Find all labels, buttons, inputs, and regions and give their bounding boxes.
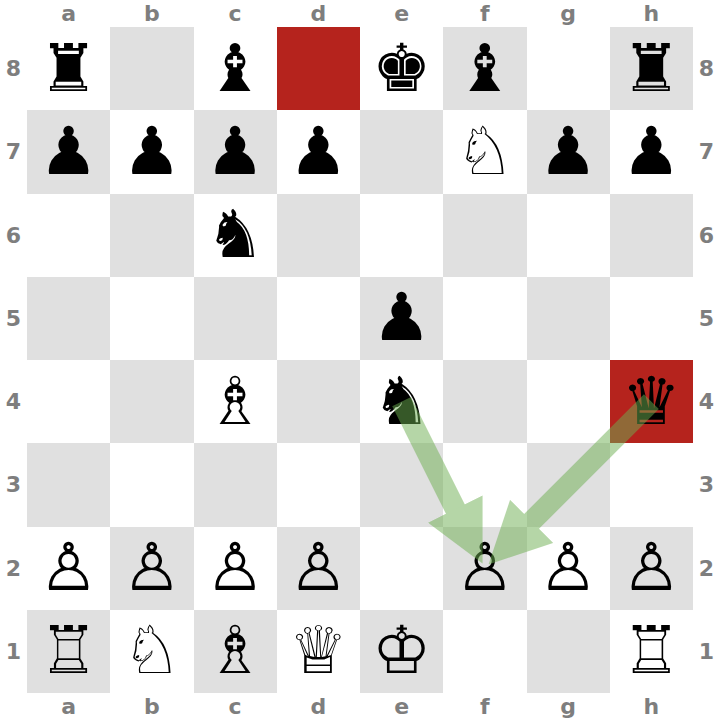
piece-black-king[interactable]: ♚ (372, 36, 431, 102)
square-f3[interactable] (443, 443, 526, 526)
piece-black-rook[interactable]: ♜ (622, 36, 681, 102)
square-b6[interactable] (110, 194, 193, 277)
piece-white-knight[interactable]: ♘ (455, 119, 514, 185)
rank-label-8-right: 8 (693, 27, 720, 110)
piece-black-rook[interactable]: ♜ (39, 36, 98, 102)
piece-white-rook[interactable]: ♖ (39, 618, 98, 684)
square-d2[interactable]: ♙ (277, 527, 360, 610)
square-h3[interactable] (610, 443, 693, 526)
square-g4[interactable] (527, 360, 610, 443)
square-g6[interactable] (527, 194, 610, 277)
square-f6[interactable] (443, 194, 526, 277)
file-label-f-bottom: f (443, 693, 526, 720)
rank-label-2-left: 2 (0, 527, 27, 610)
square-e7[interactable] (360, 110, 443, 193)
file-label-b-top: b (110, 0, 193, 27)
square-f8[interactable]: ♝ (443, 27, 526, 110)
rank-label-3-right: 3 (693, 443, 720, 526)
piece-black-pawn[interactable]: ♟ (39, 119, 98, 185)
square-a4[interactable] (27, 360, 110, 443)
file-label-a-bottom: a (27, 693, 110, 720)
file-label-d-top: d (277, 0, 360, 27)
square-d1[interactable]: ♕ (277, 610, 360, 693)
piece-black-queen[interactable]: ♛ (622, 369, 681, 435)
piece-black-pawn[interactable]: ♟ (539, 119, 598, 185)
square-e8[interactable]: ♚ (360, 27, 443, 110)
piece-white-pawn[interactable]: ♙ (622, 535, 681, 601)
piece-black-bishop[interactable]: ♝ (455, 36, 514, 102)
square-c6[interactable]: ♞ (194, 194, 277, 277)
rank-label-5-right: 5 (693, 277, 720, 360)
square-h1[interactable]: ♖ (610, 610, 693, 693)
piece-white-bishop[interactable]: ♗ (206, 369, 265, 435)
piece-white-pawn[interactable]: ♙ (122, 535, 181, 601)
square-d5[interactable] (277, 277, 360, 360)
square-b2[interactable]: ♙ (110, 527, 193, 610)
rank-label-3-left: 3 (0, 443, 27, 526)
square-h7[interactable]: ♟ (610, 110, 693, 193)
square-e6[interactable] (360, 194, 443, 277)
square-c1[interactable]: ♗ (194, 610, 277, 693)
square-h2[interactable]: ♙ (610, 527, 693, 610)
square-c4[interactable]: ♗ (194, 360, 277, 443)
square-d7[interactable]: ♟ (277, 110, 360, 193)
square-a1[interactable]: ♖ (27, 610, 110, 693)
square-c8[interactable]: ♝ (194, 27, 277, 110)
square-b5[interactable] (110, 277, 193, 360)
square-e1[interactable]: ♔ (360, 610, 443, 693)
piece-white-pawn[interactable]: ♙ (39, 535, 98, 601)
piece-white-bishop[interactable]: ♗ (206, 618, 265, 684)
piece-black-bishop[interactable]: ♝ (206, 36, 265, 102)
file-label-c-bottom: c (194, 693, 277, 720)
square-f4[interactable] (443, 360, 526, 443)
piece-black-knight[interactable]: ♞ (206, 202, 265, 268)
piece-black-pawn[interactable]: ♟ (206, 119, 265, 185)
chess-board: ♜♝♚♝♜♟♟♟♟♘♟♟♞♟♗♞♛♙♙♙♙♙♙♙♖♘♗♕♔♖ (27, 27, 693, 693)
rank-label-7-right: 7 (693, 110, 720, 193)
square-c2[interactable]: ♙ (194, 527, 277, 610)
file-label-e-bottom: e (360, 693, 443, 720)
file-label-h-bottom: h (610, 693, 693, 720)
square-f5[interactable] (443, 277, 526, 360)
square-e3[interactable] (360, 443, 443, 526)
piece-white-pawn[interactable]: ♙ (455, 535, 514, 601)
square-f2[interactable]: ♙ (443, 527, 526, 610)
piece-black-pawn[interactable]: ♟ (622, 119, 681, 185)
square-b8[interactable] (110, 27, 193, 110)
rank-label-4-left: 4 (0, 360, 27, 443)
square-g5[interactable] (527, 277, 610, 360)
square-g3[interactable] (527, 443, 610, 526)
rank-label-4-right: 4 (693, 360, 720, 443)
square-e5[interactable]: ♟ (360, 277, 443, 360)
piece-black-pawn[interactable]: ♟ (289, 119, 348, 185)
square-a6[interactable] (27, 194, 110, 277)
square-d8[interactable] (277, 27, 360, 110)
square-e2[interactable] (360, 527, 443, 610)
square-h5[interactable] (610, 277, 693, 360)
rank-label-6-right: 6 (693, 194, 720, 277)
file-label-c-top: c (194, 0, 277, 27)
piece-white-pawn[interactable]: ♙ (206, 535, 265, 601)
square-f1[interactable] (443, 610, 526, 693)
piece-white-knight[interactable]: ♘ (122, 618, 181, 684)
square-a5[interactable] (27, 277, 110, 360)
square-e4[interactable]: ♞ (360, 360, 443, 443)
square-d3[interactable] (277, 443, 360, 526)
file-label-a-top: a (27, 0, 110, 27)
square-b3[interactable] (110, 443, 193, 526)
square-b4[interactable] (110, 360, 193, 443)
square-h6[interactable] (610, 194, 693, 277)
square-c5[interactable] (194, 277, 277, 360)
piece-black-pawn[interactable]: ♟ (122, 119, 181, 185)
square-h4[interactable]: ♛ (610, 360, 693, 443)
piece-white-rook[interactable]: ♖ (622, 618, 681, 684)
square-d6[interactable] (277, 194, 360, 277)
square-a7[interactable]: ♟ (27, 110, 110, 193)
piece-black-knight[interactable]: ♞ (372, 369, 431, 435)
file-label-e-top: e (360, 0, 443, 27)
square-h8[interactable]: ♜ (610, 27, 693, 110)
square-f7[interactable]: ♘ (443, 110, 526, 193)
piece-black-pawn[interactable]: ♟ (372, 285, 431, 351)
file-label-g-bottom: g (527, 693, 610, 720)
square-a2[interactable]: ♙ (27, 527, 110, 610)
square-d4[interactable] (277, 360, 360, 443)
rank-label-1-right: 1 (693, 610, 720, 693)
piece-white-pawn[interactable]: ♙ (289, 535, 348, 601)
file-label-d-bottom: d (277, 693, 360, 720)
square-c7[interactable]: ♟ (194, 110, 277, 193)
piece-white-pawn[interactable]: ♙ (539, 535, 598, 601)
rank-label-2-right: 2 (693, 527, 720, 610)
square-b1[interactable]: ♘ (110, 610, 193, 693)
square-c3[interactable] (194, 443, 277, 526)
rank-label-1-left: 1 (0, 610, 27, 693)
rank-label-7-left: 7 (0, 110, 27, 193)
chess-board-wrap: ♜♝♚♝♜♟♟♟♟♘♟♟♞♟♗♞♛♙♙♙♙♙♙♙♖♘♗♕♔♖ aabbccdde… (0, 0, 720, 720)
file-label-g-top: g (527, 0, 610, 27)
rank-label-5-left: 5 (0, 277, 27, 360)
square-g1[interactable] (527, 610, 610, 693)
square-a3[interactable] (27, 443, 110, 526)
square-a8[interactable]: ♜ (27, 27, 110, 110)
file-label-f-top: f (443, 0, 526, 27)
square-b7[interactable]: ♟ (110, 110, 193, 193)
square-g2[interactable]: ♙ (527, 527, 610, 610)
file-label-b-bottom: b (110, 693, 193, 720)
square-g7[interactable]: ♟ (527, 110, 610, 193)
file-label-h-top: h (610, 0, 693, 27)
square-g8[interactable] (527, 27, 610, 110)
piece-white-king[interactable]: ♔ (372, 618, 431, 684)
piece-white-queen[interactable]: ♕ (289, 618, 348, 684)
rank-label-6-left: 6 (0, 194, 27, 277)
rank-label-8-left: 8 (0, 27, 27, 110)
